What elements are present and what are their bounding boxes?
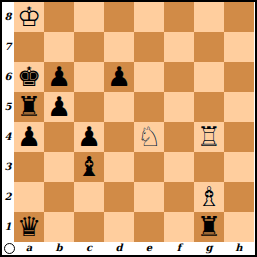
piece-white-king[interactable]: ♔ — [17, 2, 41, 32]
square-f8[interactable] — [164, 2, 194, 32]
square-c8[interactable] — [74, 2, 104, 32]
file-label-e: e — [134, 242, 164, 255]
piece-white-bishop[interactable]: ♗ — [197, 182, 221, 212]
square-h3[interactable] — [224, 152, 254, 182]
square-h8[interactable] — [224, 2, 254, 32]
square-g4[interactable]: ♖ — [194, 122, 224, 152]
square-c3[interactable]: ♝ — [74, 152, 104, 182]
square-f4[interactable] — [164, 122, 194, 152]
piece-black-pawn[interactable]: ♟ — [107, 62, 131, 92]
square-h2[interactable] — [224, 182, 254, 212]
piece-black-pawn[interactable]: ♟ — [77, 122, 101, 152]
square-f6[interactable] — [164, 62, 194, 92]
square-g3[interactable] — [194, 152, 224, 182]
piece-black-rook[interactable]: ♜ — [17, 92, 41, 122]
piece-black-pawn[interactable]: ♟ — [47, 62, 71, 92]
square-b8[interactable] — [44, 2, 74, 32]
square-d3[interactable] — [104, 152, 134, 182]
square-c5[interactable] — [74, 92, 104, 122]
chess-board[interactable]: ♔♚♟♟♜♟♟♟♘♖♝♗♛♜ — [14, 2, 254, 242]
square-b4[interactable] — [44, 122, 74, 152]
piece-black-rook[interactable]: ♜ — [197, 212, 221, 242]
square-a2[interactable] — [14, 182, 44, 212]
square-e8[interactable] — [134, 2, 164, 32]
square-e2[interactable] — [134, 182, 164, 212]
square-h7[interactable] — [224, 32, 254, 62]
square-g1[interactable]: ♜ — [194, 212, 224, 242]
square-e3[interactable] — [134, 152, 164, 182]
square-b1[interactable] — [44, 212, 74, 242]
rank-label-1: 1 — [2, 212, 14, 242]
square-b3[interactable] — [44, 152, 74, 182]
square-d1[interactable] — [104, 212, 134, 242]
square-b5[interactable]: ♟ — [44, 92, 74, 122]
square-c1[interactable] — [74, 212, 104, 242]
square-f3[interactable] — [164, 152, 194, 182]
piece-black-pawn[interactable]: ♟ — [17, 122, 41, 152]
square-a6[interactable]: ♚ — [14, 62, 44, 92]
diagram-inner: 87654321 ♔♚♟♟♜♟♟♟♘♖♝♗♛♜ abcdefgh — [2, 2, 255, 255]
rank-label-7: 7 — [2, 32, 14, 62]
rank-label-6: 6 — [2, 62, 14, 92]
white-to-move-indicator-icon — [4, 243, 15, 254]
piece-black-pawn[interactable]: ♟ — [47, 92, 71, 122]
square-e5[interactable] — [134, 92, 164, 122]
square-a8[interactable]: ♔ — [14, 2, 44, 32]
square-f1[interactable] — [164, 212, 194, 242]
square-a1[interactable]: ♛ — [14, 212, 44, 242]
file-label-c: c — [74, 242, 104, 255]
square-g2[interactable]: ♗ — [194, 182, 224, 212]
square-c2[interactable] — [74, 182, 104, 212]
square-g8[interactable] — [194, 2, 224, 32]
square-c4[interactable]: ♟ — [74, 122, 104, 152]
rank-label-3: 3 — [2, 152, 14, 182]
square-d7[interactable] — [104, 32, 134, 62]
square-h4[interactable] — [224, 122, 254, 152]
file-labels: abcdefgh — [14, 242, 254, 255]
chess-diagram: 87654321 ♔♚♟♟♜♟♟♟♘♖♝♗♛♜ abcdefgh — [0, 0, 257, 257]
square-g5[interactable] — [194, 92, 224, 122]
square-c6[interactable] — [74, 62, 104, 92]
square-e7[interactable] — [134, 32, 164, 62]
file-label-a: a — [14, 242, 44, 255]
square-a5[interactable]: ♜ — [14, 92, 44, 122]
rank-label-4: 4 — [2, 122, 14, 152]
square-e4[interactable]: ♘ — [134, 122, 164, 152]
square-h1[interactable] — [224, 212, 254, 242]
square-e6[interactable] — [134, 62, 164, 92]
square-g7[interactable] — [194, 32, 224, 62]
file-label-d: d — [104, 242, 134, 255]
square-d8[interactable] — [104, 2, 134, 32]
square-a7[interactable] — [14, 32, 44, 62]
square-b6[interactable]: ♟ — [44, 62, 74, 92]
square-f5[interactable] — [164, 92, 194, 122]
square-a3[interactable] — [14, 152, 44, 182]
file-label-h: h — [224, 242, 254, 255]
square-h5[interactable] — [224, 92, 254, 122]
square-e1[interactable] — [134, 212, 164, 242]
file-label-g: g — [194, 242, 224, 255]
file-label-b: b — [44, 242, 74, 255]
square-g6[interactable] — [194, 62, 224, 92]
piece-black-king[interactable]: ♚ — [17, 62, 41, 92]
piece-white-rook[interactable]: ♖ — [197, 122, 221, 152]
square-b7[interactable] — [44, 32, 74, 62]
file-label-f: f — [164, 242, 194, 255]
rank-label-2: 2 — [2, 182, 14, 212]
square-d6[interactable]: ♟ — [104, 62, 134, 92]
rank-label-8: 8 — [2, 2, 14, 32]
square-f2[interactable] — [164, 182, 194, 212]
square-d2[interactable] — [104, 182, 134, 212]
piece-white-knight[interactable]: ♘ — [137, 122, 161, 152]
rank-label-5: 5 — [2, 92, 14, 122]
square-d5[interactable] — [104, 92, 134, 122]
square-a4[interactable]: ♟ — [14, 122, 44, 152]
square-f7[interactable] — [164, 32, 194, 62]
square-c7[interactable] — [74, 32, 104, 62]
square-b2[interactable] — [44, 182, 74, 212]
square-h6[interactable] — [224, 62, 254, 92]
piece-black-bishop[interactable]: ♝ — [77, 152, 101, 182]
piece-black-queen[interactable]: ♛ — [17, 212, 41, 242]
square-d4[interactable] — [104, 122, 134, 152]
rank-labels: 87654321 — [2, 2, 14, 242]
